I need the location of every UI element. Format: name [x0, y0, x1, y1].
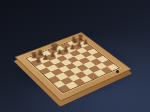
square-g4[interactable]	[85, 55, 96, 62]
square-a1[interactable]: ♜	[58, 85, 70, 93]
photo-background: ♜♞♝♛♚♝♞♜♟♟♟♟♟♟♟♟♟♟♟♟♟♟♟♟♜♞♝♛♚♝♞♜	[0, 0, 150, 112]
hinge-clasp-icon	[116, 70, 119, 73]
board-stage: ♜♞♝♛♚♝♞♜♟♟♟♟♟♟♟♟♟♟♟♟♟♟♟♟♜♞♝♛♚♝♞♜	[30, 21, 114, 105]
